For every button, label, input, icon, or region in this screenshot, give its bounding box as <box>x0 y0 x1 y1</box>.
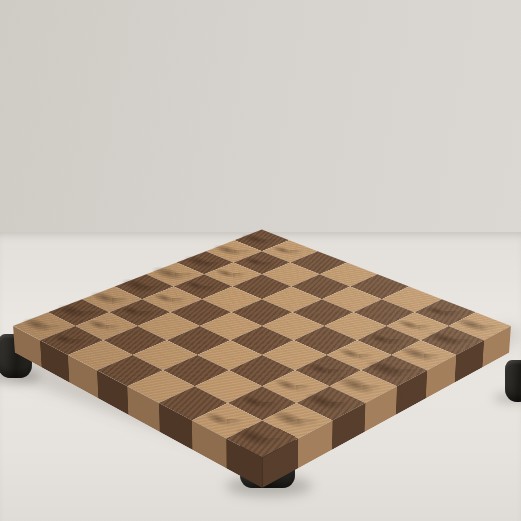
black-rook-glyph: ♜ <box>189 345 335 451</box>
perspective-container: ♜♞♝♛♚♝♞♜♟♟♟♟♟♟♟♟♟♟♟♟♟♟♟♟♜♞♝♛♚♝♞♜ <box>0 0 521 521</box>
chessboard: ♜♞♝♛♚♝♞♜♟♟♟♟♟♟♟♟♟♟♟♟♟♟♟♟♜♞♝♛♚♝♞♜ <box>13 230 511 458</box>
chess-set-photo: ♜♞♝♛♚♝♞♜♟♟♟♟♟♟♟♟♟♟♟♟♟♟♟♟♜♞♝♛♚♝♞♜ <box>0 0 521 521</box>
white-pawn-glyph: ♟ <box>7 281 136 348</box>
